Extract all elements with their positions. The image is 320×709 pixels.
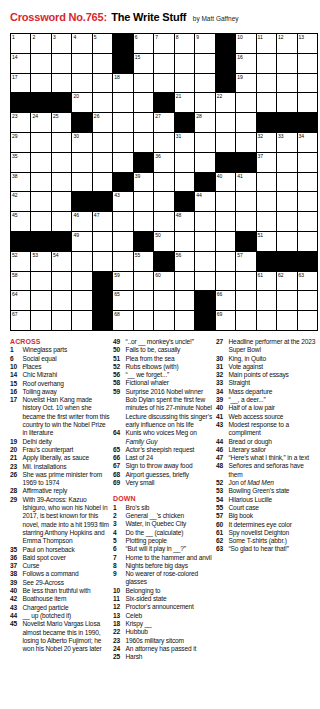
- clue-item: 60It determines eye color: [216, 521, 316, 529]
- grid-cell[interactable]: 46: [72, 212, 91, 231]
- grid-cell[interactable]: 28: [195, 113, 214, 132]
- grid-cell[interactable]: [298, 153, 317, 172]
- grid-cell[interactable]: [154, 192, 173, 211]
- block-cell: [31, 93, 50, 112]
- grid-cell[interactable]: 4: [72, 34, 91, 53]
- grid-cell[interactable]: 38: [11, 173, 30, 192]
- cell-number: 32: [258, 133, 264, 139]
- grid-cell[interactable]: [216, 113, 235, 132]
- grid-cell[interactable]: [298, 232, 317, 251]
- grid-cell[interactable]: 67: [11, 311, 30, 330]
- grid-cell[interactable]: [113, 93, 132, 112]
- clue-text: __ up (botched it): [23, 612, 111, 620]
- clue-number: 56: [113, 371, 126, 379]
- grid-cell[interactable]: [175, 272, 194, 291]
- grid-cell[interactable]: [277, 153, 296, 172]
- clue-item: 51Plea from the sea: [113, 355, 213, 363]
- cell-number: 13: [299, 34, 305, 40]
- clue-text: Apply liberally, as sauce: [23, 454, 111, 462]
- grid-cell[interactable]: [93, 232, 112, 251]
- clue-number: 13: [113, 612, 126, 620]
- grid-cell[interactable]: 47: [93, 212, 112, 231]
- grid-cell[interactable]: 49: [72, 232, 91, 251]
- grid-cell[interactable]: 11: [257, 34, 276, 53]
- grid-cell[interactable]: [154, 173, 173, 192]
- grid-cell[interactable]: [52, 272, 71, 291]
- clue-number: 39: [216, 396, 229, 404]
- grid-cell[interactable]: [31, 153, 50, 172]
- cell-number: 66: [217, 291, 223, 297]
- grid-cell[interactable]: [31, 291, 50, 310]
- grid-cell[interactable]: [134, 272, 153, 291]
- grid-cell[interactable]: [277, 173, 296, 192]
- clue-number: 9: [113, 570, 126, 587]
- clue-item: 7Home to the hammer and anvil: [113, 554, 213, 562]
- grid-cell[interactable]: 29: [11, 133, 30, 152]
- clue-item: 66Last of 24: [113, 454, 213, 462]
- clue-text: Big book: [229, 512, 317, 520]
- grid-cell[interactable]: [175, 54, 194, 73]
- grid-cell[interactable]: 23: [11, 113, 30, 132]
- clue-text: Jon of Mad Men: [229, 479, 317, 487]
- grid-cell[interactable]: [195, 133, 214, 152]
- grid-cell[interactable]: [72, 173, 91, 192]
- grid-cell[interactable]: 10: [236, 34, 255, 53]
- clue-item: 53Bowling Green’s state: [216, 487, 316, 495]
- grid-cell[interactable]: [93, 74, 112, 93]
- grid-cell[interactable]: [31, 272, 50, 291]
- clue-text: Toiling away: [23, 388, 111, 396]
- grid-cell[interactable]: [134, 133, 153, 152]
- grid-cell[interactable]: [93, 133, 112, 152]
- grid-cell[interactable]: 24: [31, 113, 50, 132]
- grid-cell[interactable]: 39: [134, 173, 153, 192]
- grid-cell[interactable]: [195, 252, 214, 271]
- grid-cell[interactable]: 6: [134, 34, 153, 53]
- cell-number: 60: [155, 272, 161, 278]
- grid-cell[interactable]: [93, 173, 112, 192]
- grid-cell[interactable]: [113, 133, 132, 152]
- grid-cell[interactable]: 26: [93, 113, 112, 132]
- grid-cell[interactable]: [175, 232, 194, 251]
- grid-cell[interactable]: 62: [277, 272, 296, 291]
- clue-text: Bread or dough: [229, 438, 317, 446]
- grid-cell[interactable]: 30: [72, 133, 91, 152]
- clue-text: Proctor’s announcement: [126, 603, 214, 611]
- grid-cell[interactable]: [134, 311, 153, 330]
- grid-cell[interactable]: [175, 291, 194, 310]
- grid-cell[interactable]: [154, 74, 173, 93]
- grid-cell[interactable]: [257, 173, 276, 192]
- grid-cell[interactable]: [257, 93, 276, 112]
- cell-number: 41: [237, 173, 243, 179]
- clue-number: 65: [113, 446, 126, 454]
- clue-item: 34Mass departure: [216, 388, 316, 396]
- grid-cell[interactable]: 8: [175, 34, 194, 53]
- grid-cell[interactable]: [195, 153, 214, 172]
- clue-text: Hilarious Lucille: [229, 496, 317, 504]
- grid-cell[interactable]: [134, 74, 153, 93]
- grid-cell[interactable]: [52, 74, 71, 93]
- block-cell: [175, 192, 194, 211]
- grid-cell[interactable]: [31, 311, 50, 330]
- grid-cell[interactable]: 55: [134, 252, 153, 271]
- grid-cell[interactable]: 9: [195, 34, 214, 53]
- grid-cell[interactable]: 33: [277, 133, 296, 152]
- grid-cell[interactable]: [134, 93, 153, 112]
- clue-number: 52: [216, 479, 229, 487]
- clue-text: No wearer of rose-colored glasses: [126, 570, 214, 587]
- clue-item: 10Places: [10, 363, 110, 371]
- grid-cell[interactable]: [154, 291, 173, 310]
- grid-cell[interactable]: 69: [216, 311, 235, 330]
- grid-cell[interactable]: 68: [113, 311, 132, 330]
- grid-cell[interactable]: 56: [175, 252, 194, 271]
- clue-item: 36Bald spot cover: [10, 554, 110, 562]
- grid-cell[interactable]: 40: [216, 173, 235, 192]
- crossword-grid: 1234567891011121314151617181920212223242…: [10, 33, 318, 331]
- grid-cell[interactable]: 48: [175, 212, 194, 231]
- grid-cell[interactable]: [31, 192, 50, 211]
- grid-cell[interactable]: [175, 173, 194, 192]
- grid-cell[interactable]: [72, 272, 91, 291]
- grid-cell[interactable]: [195, 74, 214, 93]
- grid-cell[interactable]: [277, 54, 296, 73]
- grid-cell[interactable]: [93, 153, 112, 172]
- grid-cell[interactable]: [154, 133, 173, 152]
- clue-number: 6: [113, 545, 126, 553]
- clue-item: 33Straight: [216, 379, 316, 387]
- clue-text: King, in Quito: [229, 355, 317, 363]
- grid-cell[interactable]: [236, 192, 255, 211]
- cell-number: 8: [176, 34, 179, 40]
- grid-cell[interactable]: 35: [11, 153, 30, 172]
- cell-number: 44: [196, 192, 202, 198]
- grid-cell[interactable]: 34: [298, 133, 317, 152]
- clue-number: 48: [216, 462, 229, 479]
- clue-item: 63“So glad to hear that!”: [216, 545, 316, 553]
- grid-cell[interactable]: [257, 192, 276, 211]
- grid-cell[interactable]: [134, 291, 153, 310]
- grid-cell[interactable]: 14: [11, 54, 30, 73]
- grid-cell[interactable]: [298, 311, 317, 330]
- clue-number: 14: [10, 371, 23, 379]
- clue-number: 23: [10, 463, 23, 471]
- grid-cell[interactable]: 12: [277, 34, 296, 53]
- cell-number: 53: [32, 252, 38, 258]
- clue-item: 69Very small: [113, 479, 213, 487]
- grid-cell[interactable]: [93, 93, 112, 112]
- grid-cell[interactable]: [72, 74, 91, 93]
- block-cell: [11, 93, 30, 112]
- grid-cell[interactable]: [216, 192, 235, 211]
- grid-cell[interactable]: 15: [134, 54, 153, 73]
- clue-item: 57Big book: [216, 512, 316, 520]
- grid-cell[interactable]: [298, 212, 317, 231]
- grid-cell[interactable]: [277, 291, 296, 310]
- grid-cell[interactable]: [113, 153, 132, 172]
- cell-number: 68: [114, 311, 120, 317]
- clue-number: 35: [10, 546, 23, 554]
- clue-text: Very small: [126, 479, 214, 487]
- grid-cell[interactable]: [298, 291, 317, 310]
- clue-number: 11: [113, 595, 126, 603]
- grid-cell[interactable]: 1: [11, 34, 30, 53]
- clue-item: 29With 39-Across: Kazuo Ishiguro, who wo…: [10, 496, 110, 546]
- clue-text: Spy novelist Deighton: [229, 529, 317, 537]
- grid-cell[interactable]: [134, 192, 153, 211]
- clue-text: Half of a low pair: [229, 404, 317, 412]
- grid-cell[interactable]: [52, 173, 71, 192]
- grid-cell[interactable]: [52, 54, 71, 73]
- clue-number: 20: [10, 446, 23, 454]
- grid-cell[interactable]: [195, 232, 214, 251]
- clue-column-middle: 49“..or __ monkey’s uncle!”50Fails to be…: [113, 338, 213, 661]
- clue-number: 53: [216, 487, 229, 495]
- block-cell: [11, 232, 30, 251]
- cell-number: 2: [32, 34, 35, 40]
- grid-cell[interactable]: [236, 93, 255, 112]
- grid-cell[interactable]: [72, 311, 91, 330]
- clue-number: 8: [113, 562, 126, 570]
- cell-number: 38: [12, 173, 18, 179]
- grid-cell[interactable]: [31, 212, 50, 231]
- clue-text: Places: [23, 363, 111, 371]
- grid-cell[interactable]: [31, 173, 50, 192]
- grid-cell[interactable]: 19: [236, 74, 255, 93]
- clue-number: 6: [10, 355, 23, 363]
- grid-cell[interactable]: [52, 212, 71, 231]
- grid-cell[interactable]: [195, 54, 214, 73]
- grid-cell[interactable]: 3: [52, 34, 71, 53]
- cell-number: 4: [73, 34, 76, 40]
- grid-cell[interactable]: [257, 212, 276, 231]
- grid-cell[interactable]: [31, 54, 50, 73]
- clue-number: 44: [216, 438, 229, 446]
- cell-number: 22: [217, 93, 223, 99]
- cell-number: 62: [278, 272, 284, 278]
- grid-cell[interactable]: [31, 74, 50, 93]
- clue-text: Plea from the sea: [126, 355, 214, 363]
- grid-cell[interactable]: 17: [11, 74, 30, 93]
- grid-cell[interactable]: 61: [257, 272, 276, 291]
- grid-cell[interactable]: [236, 113, 255, 132]
- grid-cell[interactable]: 51: [257, 232, 276, 251]
- clue-number: 63: [216, 545, 229, 553]
- clue-text: Home to the hammer and anvil: [126, 554, 214, 562]
- grid-cell[interactable]: [72, 153, 91, 172]
- grid-cell[interactable]: [52, 192, 71, 211]
- clue-number: 37: [10, 562, 23, 570]
- block-cell: [113, 173, 132, 192]
- grid-cell[interactable]: [52, 291, 71, 310]
- grid-cell[interactable]: 44: [195, 192, 214, 211]
- grid-cell[interactable]: [31, 133, 50, 152]
- grid-cell[interactable]: 31: [175, 133, 194, 152]
- grid-cell[interactable]: [298, 93, 317, 112]
- grid-cell[interactable]: [154, 311, 173, 330]
- clue-number: 18: [113, 620, 126, 628]
- grid-cell[interactable]: [72, 291, 91, 310]
- grid-cell[interactable]: [277, 212, 296, 231]
- grid-cell[interactable]: [154, 54, 173, 73]
- clue-item: 40Be less than truthful with: [10, 587, 110, 595]
- clue-number: 44: [10, 612, 23, 620]
- clue-item: 59Surprise 2016 Nobel winner Bob Dylan s…: [113, 388, 213, 429]
- grid-cell[interactable]: [52, 153, 71, 172]
- grid-cell[interactable]: 20: [72, 93, 91, 112]
- clue-item: 65Actor’s sheepish request: [113, 446, 213, 454]
- grid-cell[interactable]: [257, 291, 276, 310]
- clue-item: 23Mil. installations: [10, 463, 110, 471]
- cell-number: 61: [258, 272, 264, 278]
- grid-cell[interactable]: 43: [113, 192, 132, 211]
- grid-cell[interactable]: [236, 212, 255, 231]
- grid-cell[interactable]: 57: [236, 252, 255, 271]
- grid-cell[interactable]: [134, 113, 153, 132]
- cell-number: 37: [258, 153, 264, 159]
- grid-cell[interactable]: [298, 54, 317, 73]
- clue-number: 16: [10, 388, 23, 396]
- grid-cell[interactable]: [175, 74, 194, 93]
- clue-text: Headline performer at the 2023 Super Bow…: [229, 338, 317, 355]
- grid-cell[interactable]: [216, 252, 235, 271]
- grid-cell[interactable]: 45: [11, 212, 30, 231]
- grid-cell[interactable]: 63: [298, 272, 317, 291]
- grid-cell[interactable]: 54: [52, 252, 71, 271]
- grid-cell[interactable]: [154, 212, 173, 231]
- cell-number: 39: [135, 173, 141, 179]
- grid-cell[interactable]: [113, 113, 132, 132]
- grid-cell[interactable]: [93, 54, 112, 73]
- grid-cell[interactable]: 5: [93, 34, 112, 53]
- grid-cell[interactable]: [175, 311, 194, 330]
- grid-cell[interactable]: 59: [113, 272, 132, 291]
- grid-cell[interactable]: 36: [154, 153, 173, 172]
- grid-cell[interactable]: [277, 74, 296, 93]
- grid-cell[interactable]: 41: [236, 173, 255, 192]
- grid-cell[interactable]: 64: [11, 291, 30, 310]
- grid-cell[interactable]: [113, 232, 132, 251]
- clue-number: 57: [216, 512, 229, 520]
- grid-cell[interactable]: [277, 232, 296, 251]
- cell-number: 52: [12, 252, 18, 258]
- grid-cell[interactable]: [298, 192, 317, 211]
- grid-cell[interactable]: [216, 212, 235, 231]
- grid-cell[interactable]: [257, 54, 276, 73]
- clue-number: 5: [113, 537, 126, 545]
- grid-cell[interactable]: [236, 291, 255, 310]
- grid-cell[interactable]: 22: [216, 93, 235, 112]
- grid-cell[interactable]: [195, 272, 214, 291]
- grid-cell[interactable]: [195, 93, 214, 112]
- grid-cell[interactable]: 16: [236, 54, 255, 73]
- clue-number: 68: [113, 471, 126, 479]
- grid-cell[interactable]: 37: [257, 153, 276, 172]
- grid-cell[interactable]: [52, 311, 71, 330]
- grid-cell[interactable]: [52, 133, 71, 152]
- clue-text: It determines eye color: [229, 521, 317, 529]
- grid-cell[interactable]: [216, 133, 235, 152]
- clue-number: 46: [216, 446, 229, 454]
- clue-number: 1: [10, 346, 23, 354]
- cell-number: 30: [73, 133, 79, 139]
- grid-cell[interactable]: 21: [175, 93, 194, 112]
- grid-cell[interactable]: [72, 252, 91, 271]
- clue-item: 39“__, a deer...”: [216, 396, 316, 404]
- grid-cell[interactable]: [277, 192, 296, 211]
- grid-cell[interactable]: [277, 93, 296, 112]
- grid-cell[interactable]: [93, 252, 112, 271]
- clue-text: With 39-Across: Kazuo Ishiguro, who won …: [23, 496, 111, 546]
- grid-cell[interactable]: [134, 212, 153, 231]
- grid-cell[interactable]: 58: [11, 272, 30, 291]
- grid-cell[interactable]: 27: [154, 113, 173, 132]
- grid-cell[interactable]: 53: [31, 252, 50, 271]
- grid-cell[interactable]: 50: [154, 232, 173, 251]
- clue-text: Do the __ (calculate): [126, 529, 214, 537]
- grid-cell[interactable]: [113, 212, 132, 231]
- grid-cell[interactable]: [113, 252, 132, 271]
- block-cell: [134, 232, 153, 251]
- clue-item: 16Toiling away: [10, 388, 110, 396]
- grid-cell[interactable]: 32: [257, 133, 276, 152]
- grid-cell[interactable]: [72, 54, 91, 73]
- cell-number: 64: [12, 291, 18, 297]
- grid-cell[interactable]: [298, 74, 317, 93]
- grid-cell[interactable]: 60: [154, 272, 173, 291]
- grid-cell[interactable]: 66: [216, 291, 235, 310]
- grid-cell[interactable]: 65: [113, 291, 132, 310]
- cell-number: 55: [135, 252, 141, 258]
- grid-cell[interactable]: [277, 311, 296, 330]
- grid-cell[interactable]: [236, 311, 255, 330]
- block-cell: [31, 232, 50, 251]
- clue-text: Curse: [23, 562, 111, 570]
- cell-number: 5: [94, 34, 97, 40]
- grid-cell[interactable]: 7: [154, 34, 173, 53]
- grid-cell[interactable]: [257, 311, 276, 330]
- grid-cell[interactable]: [216, 232, 235, 251]
- cell-number: 34: [299, 133, 305, 139]
- grid-cell[interactable]: [195, 212, 214, 231]
- cell-number: 45: [12, 212, 18, 218]
- grid-cell[interactable]: [216, 272, 235, 291]
- grid-cell[interactable]: [175, 153, 194, 172]
- grid-cell[interactable]: 18: [113, 74, 132, 93]
- clue-item: 47“Here’s what I think,” in a text: [216, 454, 316, 462]
- clue-text: “..or __ monkey’s uncle!”: [126, 338, 214, 346]
- grid-cell[interactable]: 13: [298, 34, 317, 53]
- grid-cell[interactable]: 42: [11, 192, 30, 211]
- clue-number: 45: [10, 620, 23, 653]
- grid-cell[interactable]: 2: [31, 34, 50, 53]
- clue-text: Krispy __: [126, 620, 214, 628]
- grid-cell[interactable]: [257, 74, 276, 93]
- clue-text: Hubbub: [126, 628, 214, 636]
- cell-number: 63: [299, 272, 305, 278]
- grid-cell[interactable]: [298, 173, 317, 192]
- grid-cell[interactable]: [236, 133, 255, 152]
- clue-item: 50Fails to be, casually: [113, 346, 213, 354]
- clue-number: 3: [113, 520, 126, 528]
- clue-item: 1Wineglass parts: [10, 346, 110, 354]
- grid-cell[interactable]: 52: [11, 252, 30, 271]
- clue-text: Affirmative reply: [23, 487, 111, 495]
- grid-cell[interactable]: 25: [52, 113, 71, 132]
- block-cell: [216, 34, 235, 53]
- grid-cell[interactable]: [236, 272, 255, 291]
